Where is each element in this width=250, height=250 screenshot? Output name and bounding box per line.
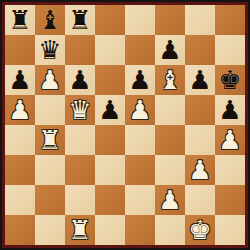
square-b4[interactable]: ♜ bbox=[35, 125, 65, 155]
square-e1[interactable] bbox=[125, 215, 155, 245]
square-h1[interactable] bbox=[215, 215, 245, 245]
square-h7[interactable] bbox=[215, 35, 245, 65]
square-b1[interactable] bbox=[35, 215, 65, 245]
square-h6[interactable]: ♚ bbox=[215, 65, 245, 95]
square-h2[interactable] bbox=[215, 185, 245, 215]
square-b6[interactable]: ♟ bbox=[35, 65, 65, 95]
square-f1[interactable] bbox=[155, 215, 185, 245]
piece-black-pawn: ♟ bbox=[128, 65, 151, 95]
square-a2[interactable] bbox=[5, 185, 35, 215]
piece-white-pawn: ♟ bbox=[218, 125, 241, 155]
square-f3[interactable] bbox=[155, 155, 185, 185]
piece-black-bishop: ♝ bbox=[38, 5, 61, 35]
square-d4[interactable] bbox=[95, 125, 125, 155]
square-c4[interactable] bbox=[65, 125, 95, 155]
piece-black-pawn: ♟ bbox=[218, 95, 241, 125]
piece-black-pawn: ♟ bbox=[8, 65, 31, 95]
piece-white-queen: ♛ bbox=[68, 95, 91, 125]
square-e3[interactable] bbox=[125, 155, 155, 185]
square-c8[interactable]: ♜ bbox=[65, 5, 95, 35]
square-e5[interactable]: ♟ bbox=[125, 95, 155, 125]
square-e8[interactable] bbox=[125, 5, 155, 35]
piece-black-pawn: ♟ bbox=[188, 65, 211, 95]
chess-board-inner-border: ♜♝♜♛♟♟♟♟♟♝♟♚♟♛♟♟♟♜♟♟♟♜♚ bbox=[2, 2, 248, 248]
piece-white-pawn: ♟ bbox=[8, 95, 31, 125]
piece-white-pawn: ♟ bbox=[128, 95, 151, 125]
piece-white-rook: ♜ bbox=[38, 125, 61, 155]
square-d2[interactable] bbox=[95, 185, 125, 215]
square-c3[interactable] bbox=[65, 155, 95, 185]
piece-black-pawn: ♟ bbox=[68, 65, 91, 95]
square-g7[interactable] bbox=[185, 35, 215, 65]
square-c6[interactable]: ♟ bbox=[65, 65, 95, 95]
square-f4[interactable] bbox=[155, 125, 185, 155]
square-f2[interactable]: ♟ bbox=[155, 185, 185, 215]
square-b2[interactable] bbox=[35, 185, 65, 215]
square-g4[interactable] bbox=[185, 125, 215, 155]
square-a3[interactable] bbox=[5, 155, 35, 185]
piece-white-bishop: ♝ bbox=[158, 65, 181, 95]
square-c7[interactable] bbox=[65, 35, 95, 65]
square-b8[interactable]: ♝ bbox=[35, 5, 65, 35]
square-d3[interactable] bbox=[95, 155, 125, 185]
square-b5[interactable] bbox=[35, 95, 65, 125]
square-e6[interactable]: ♟ bbox=[125, 65, 155, 95]
piece-white-rook: ♜ bbox=[68, 215, 91, 245]
square-c5[interactable]: ♛ bbox=[65, 95, 95, 125]
piece-white-pawn: ♟ bbox=[188, 155, 211, 185]
square-b7[interactable]: ♛ bbox=[35, 35, 65, 65]
piece-white-pawn: ♟ bbox=[158, 185, 181, 215]
piece-white-pawn: ♟ bbox=[38, 65, 61, 95]
square-d7[interactable] bbox=[95, 35, 125, 65]
square-e4[interactable] bbox=[125, 125, 155, 155]
square-h3[interactable] bbox=[215, 155, 245, 185]
square-b3[interactable] bbox=[35, 155, 65, 185]
square-d8[interactable] bbox=[95, 5, 125, 35]
square-a7[interactable] bbox=[5, 35, 35, 65]
square-d1[interactable] bbox=[95, 215, 125, 245]
chess-board-frame: ♜♝♜♛♟♟♟♟♟♝♟♚♟♛♟♟♟♜♟♟♟♜♚ bbox=[0, 0, 250, 250]
square-d6[interactable] bbox=[95, 65, 125, 95]
square-h8[interactable] bbox=[215, 5, 245, 35]
square-d5[interactable]: ♟ bbox=[95, 95, 125, 125]
square-c1[interactable]: ♜ bbox=[65, 215, 95, 245]
square-h5[interactable]: ♟ bbox=[215, 95, 245, 125]
square-c2[interactable] bbox=[65, 185, 95, 215]
square-f5[interactable] bbox=[155, 95, 185, 125]
square-f8[interactable] bbox=[155, 5, 185, 35]
piece-white-king: ♚ bbox=[188, 215, 211, 245]
square-e7[interactable] bbox=[125, 35, 155, 65]
square-g1[interactable]: ♚ bbox=[185, 215, 215, 245]
square-a4[interactable] bbox=[5, 125, 35, 155]
square-g5[interactable] bbox=[185, 95, 215, 125]
square-g2[interactable] bbox=[185, 185, 215, 215]
square-f7[interactable]: ♟ bbox=[155, 35, 185, 65]
square-h4[interactable]: ♟ bbox=[215, 125, 245, 155]
piece-black-rook: ♜ bbox=[68, 5, 91, 35]
square-a5[interactable]: ♟ bbox=[5, 95, 35, 125]
square-e2[interactable] bbox=[125, 185, 155, 215]
square-g8[interactable] bbox=[185, 5, 215, 35]
piece-black-rook: ♜ bbox=[8, 5, 31, 35]
square-a6[interactable]: ♟ bbox=[5, 65, 35, 95]
piece-black-pawn: ♟ bbox=[98, 95, 121, 125]
square-f6[interactable]: ♝ bbox=[155, 65, 185, 95]
square-a1[interactable] bbox=[5, 215, 35, 245]
piece-black-queen: ♛ bbox=[38, 35, 61, 65]
piece-black-king: ♚ bbox=[218, 65, 241, 95]
square-g6[interactable]: ♟ bbox=[185, 65, 215, 95]
piece-black-pawn: ♟ bbox=[158, 35, 181, 65]
square-a8[interactable]: ♜ bbox=[5, 5, 35, 35]
chess-board: ♜♝♜♛♟♟♟♟♟♝♟♚♟♛♟♟♟♜♟♟♟♜♚ bbox=[5, 5, 245, 245]
square-g3[interactable]: ♟ bbox=[185, 155, 215, 185]
